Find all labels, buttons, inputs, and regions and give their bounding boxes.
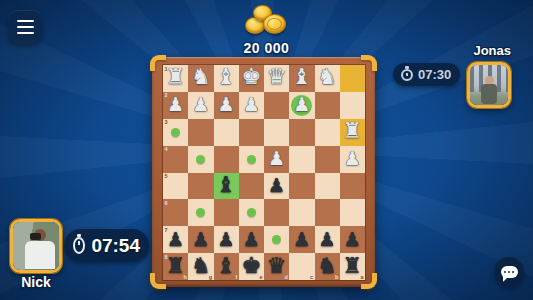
rank-label-4: 4 [165,146,168,152]
square-g3[interactable] [188,119,213,146]
square-h5[interactable]: 5 [163,173,188,200]
stopwatch-icon [401,69,413,81]
square-h6[interactable]: 6 [163,199,188,226]
square-c4[interactable] [289,146,314,173]
black-pawn-a7[interactable]: ♟ [344,225,361,251]
square-f7[interactable]: ♟ [214,226,239,253]
white-pawn-f2[interactable]: ♟ [218,91,235,117]
rank-label-1: 1 [165,66,168,72]
rank-label-8: 8 [165,254,168,260]
square-b5[interactable] [315,173,340,200]
rank-label-5: 5 [165,173,168,179]
opponent-clock: 07:30 [393,63,460,86]
player-name: Nick [10,274,62,290]
black-bishop-f5[interactable]: ♝ [216,171,236,197]
white-bishop-c1[interactable]: ♝ [292,64,312,90]
square-d2[interactable] [264,92,289,119]
coin-balance[interactable]: 20 000 [0,2,533,56]
square-e2[interactable]: ♟ [239,92,264,119]
coin-amount: 20 000 [244,40,290,56]
white-bishop-f1[interactable]: ♝ [216,64,236,90]
player-avatar[interactable] [10,219,62,273]
square-e6[interactable] [239,199,264,226]
square-b6[interactable] [315,199,340,226]
file-label-d: d [284,274,287,280]
white-pawn-c2[interactable]: ♟ [293,91,310,117]
square-e5[interactable] [239,173,264,200]
square-d5[interactable]: ♟ [264,173,289,200]
black-pawn-b7[interactable]: ♟ [319,225,336,251]
square-f8[interactable]: ♝f [214,253,239,280]
square-c3[interactable] [289,119,314,146]
square-c7[interactable]: ♟ [289,226,314,253]
square-a1[interactable] [340,65,365,92]
square-e4[interactable] [239,146,264,173]
square-b2[interactable] [315,92,340,119]
white-king-e1[interactable]: ♚ [242,64,262,90]
white-rook-a3[interactable]: ♜ [343,118,363,144]
square-a5[interactable] [340,173,365,200]
square-g8[interactable]: ♞g [188,253,213,280]
square-g4[interactable] [188,146,213,173]
legal-move-dot [272,235,281,244]
legal-move-dot [171,128,180,137]
chat-button[interactable] [494,257,524,287]
square-d3[interactable] [264,119,289,146]
square-c1[interactable]: ♝ [289,65,314,92]
black-bishop-f8[interactable]: ♝ [216,252,236,278]
black-pawn-h7[interactable]: ♟ [167,225,184,251]
white-knight-g1[interactable]: ♞ [191,64,211,90]
square-g5[interactable] [188,173,213,200]
player-clock-value: 07:54 [91,235,140,257]
square-a6[interactable] [340,199,365,226]
legal-move-dot [196,208,205,217]
square-f4[interactable] [214,146,239,173]
square-h3[interactable]: 3 [163,119,188,146]
chess-board: ♜1♞♝♚♛♝♞♟2♟♟♟♟3♜4♟♟5♝♟6♟7♟♟♟♟♟♟♜8h♞g♝f♚e… [152,57,375,287]
stopwatch-icon [73,237,85,254]
square-c6[interactable] [289,199,314,226]
file-label-b: b [335,274,338,280]
square-a4[interactable]: ♟ [340,146,365,173]
white-knight-b1[interactable]: ♞ [317,64,337,90]
legal-move-dot [247,208,256,217]
gold-coins-icon [241,2,293,38]
file-label-f: f [235,274,237,280]
rank-label-2: 2 [165,92,168,98]
file-label-a: a [360,274,363,280]
square-a7[interactable]: ♟ [340,226,365,253]
white-pawn-g2[interactable]: ♟ [192,91,209,117]
square-h8[interactable]: ♜8h [163,253,188,280]
white-pawn-e2[interactable]: ♟ [243,91,260,117]
square-f5[interactable]: ♝ [214,173,239,200]
square-d8[interactable]: ♛d [264,253,289,280]
square-c5[interactable] [289,173,314,200]
square-b4[interactable] [315,146,340,173]
legal-move-dot [196,155,205,164]
black-pawn-f7[interactable]: ♟ [218,225,235,251]
square-b7[interactable]: ♟ [315,226,340,253]
square-h4[interactable]: 4 [163,146,188,173]
square-e1[interactable]: ♚ [239,65,264,92]
square-d7[interactable] [264,226,289,253]
white-queen-d1[interactable]: ♛ [267,64,287,90]
square-e7[interactable]: ♟ [239,226,264,253]
player-clock: 07:54 [64,229,149,262]
square-f6[interactable] [214,199,239,226]
square-g7[interactable]: ♟ [188,226,213,253]
file-label-h: h [183,274,186,280]
rank-label-7: 7 [165,227,168,233]
square-d1[interactable]: ♛ [264,65,289,92]
white-pawn-a4[interactable]: ♟ [344,145,361,171]
chat-bubble-icon [501,266,518,278]
player-avatar-photo [13,222,59,270]
square-d4[interactable]: ♟ [264,146,289,173]
square-h2[interactable]: ♟2 [163,92,188,119]
app-screen: 20 000 Jonas 07:30 ♜1♞♝♚♛♝♞♟2♟♟♟♟3♜4♟♟5♝… [0,0,533,300]
file-label-g: g [209,274,212,280]
square-f1[interactable]: ♝ [214,65,239,92]
square-g6[interactable] [188,199,213,226]
opponent-clock-value: 07:30 [418,67,451,82]
square-h1[interactable]: ♜1 [163,65,188,92]
square-a3[interactable]: ♜ [340,119,365,146]
square-h7[interactable]: ♟7 [163,226,188,253]
black-pawn-d5[interactable]: ♟ [268,171,285,197]
white-pawn-h2[interactable]: ♟ [167,91,184,117]
opponent-avatar[interactable] [467,62,511,108]
opponent-avatar-photo [470,65,508,105]
square-d6[interactable] [264,199,289,226]
square-b8[interactable]: ♞b [315,253,340,280]
file-label-e: e [259,274,262,280]
black-rook-a8[interactable]: ♜ [343,252,363,278]
white-pawn-d4[interactable]: ♟ [268,145,285,171]
white-rook-h1[interactable]: ♜ [166,64,186,90]
square-c8[interactable]: c [289,253,314,280]
black-pawn-c7[interactable]: ♟ [293,225,310,251]
opponent-name: Jonas [473,43,511,58]
square-a2[interactable] [340,92,365,119]
square-g1[interactable]: ♞ [188,65,213,92]
square-a8[interactable]: ♜a [340,253,365,280]
square-e8[interactable]: ♚e [239,253,264,280]
square-f2[interactable]: ♟ [214,92,239,119]
rank-label-6: 6 [165,200,168,206]
square-g2[interactable]: ♟ [188,92,213,119]
rank-label-3: 3 [165,119,168,125]
file-label-c: c [310,274,313,280]
black-pawn-e7[interactable]: ♟ [243,225,260,251]
black-pawn-g7[interactable]: ♟ [192,225,209,251]
square-e3[interactable] [239,119,264,146]
square-c2[interactable]: ♟ [289,92,314,119]
square-f3[interactable] [214,119,239,146]
board-grid: ♜1♞♝♚♛♝♞♟2♟♟♟♟3♜4♟♟5♝♟6♟7♟♟♟♟♟♟♜8h♞g♝f♚e… [163,65,365,280]
black-king-e8[interactable]: ♚ [242,252,262,278]
legal-move-dot [247,155,256,164]
square-b1[interactable]: ♞ [315,65,340,92]
square-b3[interactable] [315,119,340,146]
